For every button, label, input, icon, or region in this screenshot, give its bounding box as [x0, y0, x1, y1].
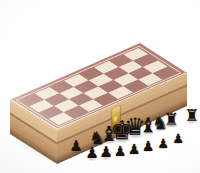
black-pawn: ♟	[85, 146, 98, 161]
pieces-layer: ♞♝♚♛♝♞♜♜♟♟♟♟♟♟♟♟	[0, 0, 200, 173]
black-rook: ♜	[185, 108, 199, 124]
black-pawn: ♟	[69, 139, 82, 154]
black-pawn: ♟	[128, 142, 141, 156]
black-pawn: ♟	[99, 145, 112, 160]
black-pawn: ♟	[157, 137, 169, 150]
black-rook: ♜	[163, 111, 178, 128]
black-pawn: ♟	[114, 144, 127, 158]
black-pawn: ♟	[142, 139, 155, 153]
black-pawn: ♟	[172, 132, 184, 145]
chess-set-photo: ♞♝♚♛♝♞♜♜♟♟♟♟♟♟♟♟	[0, 0, 200, 173]
